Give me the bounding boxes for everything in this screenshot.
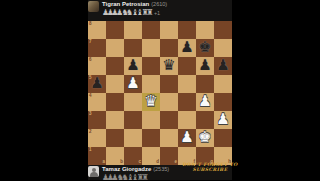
square-e3[interactable] (160, 111, 178, 129)
square-f6[interactable] (178, 57, 196, 75)
piece-black-pawn[interactable]: ♟ (196, 57, 214, 75)
rank-label-7: 7 (89, 40, 92, 45)
square-g4[interactable]: ♟ (196, 93, 214, 111)
square-c4[interactable] (124, 93, 142, 111)
square-g6[interactable]: ♟ (196, 57, 214, 75)
square-f5[interactable] (178, 75, 196, 93)
rank-label-2: 2 (89, 130, 92, 135)
rank-label-8: 8 (89, 22, 92, 27)
square-e8[interactable] (160, 21, 178, 39)
square-d6[interactable] (142, 57, 160, 75)
square-f4[interactable] (178, 93, 196, 111)
square-f3[interactable] (178, 111, 196, 129)
square-d2[interactable] (142, 129, 160, 147)
piece-white-king[interactable]: ♚ (196, 129, 214, 147)
square-a7[interactable]: 7 (88, 39, 106, 57)
square-e4[interactable] (160, 93, 178, 111)
square-a6[interactable]: 6 (88, 57, 106, 75)
square-h6[interactable]: ♟ (214, 57, 232, 75)
square-b3[interactable] (106, 111, 124, 129)
square-d7[interactable] (142, 39, 160, 57)
square-d1[interactable]: d (142, 147, 160, 165)
video-frame: Tigran Petrosian (2610) ♟♟♟♟ ♞♞ ♝♝ ♜♜+1 … (0, 0, 320, 180)
top-player-rating: (2610) (151, 2, 167, 8)
square-d5[interactable] (142, 75, 160, 93)
rank-label-5: 5 (89, 76, 92, 81)
file-label-e: e (174, 160, 177, 165)
square-c3[interactable] (124, 111, 142, 129)
file-label-h: h (228, 160, 231, 165)
square-h7[interactable] (214, 39, 232, 57)
piece-white-pawn[interactable]: ♟ (214, 111, 232, 129)
square-b7[interactable] (106, 39, 124, 57)
square-c1[interactable]: c (124, 147, 142, 165)
square-f8[interactable] (178, 21, 196, 39)
rank-label-6: 6 (89, 58, 92, 63)
bottom-player-avatar (88, 166, 99, 177)
square-c7[interactable] (124, 39, 142, 57)
square-b6[interactable] (106, 57, 124, 75)
bottom-player-rating: (2535) (153, 167, 169, 173)
square-d3[interactable] (142, 111, 160, 129)
square-a8[interactable]: 8 (88, 21, 106, 39)
piece-black-pawn[interactable]: ♟ (124, 57, 142, 75)
square-c8[interactable] (124, 21, 142, 39)
file-label-g: g (210, 160, 213, 165)
square-e5[interactable] (160, 75, 178, 93)
square-a1[interactable]: 1a (88, 147, 106, 165)
top-player-name: Tigran Petrosian (102, 1, 149, 7)
square-a5[interactable]: 5♟ (88, 75, 106, 93)
material-advantage: +1 (154, 10, 160, 16)
square-f2[interactable]: ♟ (178, 129, 196, 147)
top-captured-pieces: ♟♟♟♟ ♞♞ ♝♝ ♜♜+1 (102, 9, 167, 17)
square-d8[interactable] (142, 21, 160, 39)
bottom-captured-pieces: ♟♟♟ ♞♞ ♝♝ ♜♜ (102, 174, 169, 181)
rank-label-1: 1 (89, 148, 92, 153)
piece-black-pawn[interactable]: ♟ (178, 39, 196, 57)
piece-white-queen[interactable]: ♛ (142, 93, 160, 111)
top-player-bar: Tigran Petrosian (2610) ♟♟♟♟ ♞♞ ♝♝ ♜♜+1 (88, 0, 232, 21)
square-h4[interactable] (214, 93, 232, 111)
rank-label-4: 4 (89, 94, 92, 99)
bottom-player-name: Tamaz Giorgadze (102, 166, 151, 172)
square-g5[interactable] (196, 75, 214, 93)
square-b5[interactable] (106, 75, 124, 93)
square-g2[interactable]: ♚ (196, 129, 214, 147)
file-label-f: f (194, 160, 196, 165)
square-a4[interactable]: 4 (88, 93, 106, 111)
square-h2[interactable] (214, 129, 232, 147)
square-h8[interactable] (214, 21, 232, 39)
square-e1[interactable]: e (160, 147, 178, 165)
square-e2[interactable] (160, 129, 178, 147)
square-a2[interactable]: 2 (88, 129, 106, 147)
square-d4[interactable]: ♛ (142, 93, 160, 111)
piece-black-pawn[interactable]: ♟ (214, 57, 232, 75)
square-c5[interactable]: ♟ (124, 75, 142, 93)
square-b4[interactable] (106, 93, 124, 111)
square-c2[interactable] (124, 129, 142, 147)
square-g7[interactable]: ♚ (196, 39, 214, 57)
file-label-b: b (120, 160, 123, 165)
piece-white-pawn[interactable]: ♟ (124, 75, 142, 93)
square-a3[interactable]: 3 (88, 111, 106, 129)
square-b1[interactable]: b (106, 147, 124, 165)
square-h5[interactable] (214, 75, 232, 93)
file-label-a: a (102, 160, 105, 165)
file-label-d: d (156, 160, 159, 165)
square-f7[interactable]: ♟ (178, 39, 196, 57)
chess-board[interactable]: 87♟♚6♟♛♟♟5♟♟4♛♟3♟2♟♚1abcdefgh (88, 21, 232, 165)
square-g3[interactable] (196, 111, 214, 129)
piece-white-pawn[interactable]: ♟ (196, 93, 214, 111)
square-g8[interactable] (196, 21, 214, 39)
top-player-avatar (88, 1, 99, 12)
square-e6[interactable]: ♛ (160, 57, 178, 75)
file-label-c: c (138, 160, 141, 165)
square-b8[interactable] (106, 21, 124, 39)
piece-black-king[interactable]: ♚ (196, 39, 214, 57)
piece-black-queen[interactable]: ♛ (160, 57, 178, 75)
square-c6[interactable]: ♟ (124, 57, 142, 75)
rank-label-3: 3 (89, 112, 92, 117)
square-e7[interactable] (160, 39, 178, 57)
chess-app-column: Tigran Petrosian (2610) ♟♟♟♟ ♞♞ ♝♝ ♜♜+1 … (88, 0, 232, 180)
square-h3[interactable]: ♟ (214, 111, 232, 129)
square-b2[interactable] (106, 129, 124, 147)
piece-white-pawn[interactable]: ♟ (178, 129, 196, 147)
